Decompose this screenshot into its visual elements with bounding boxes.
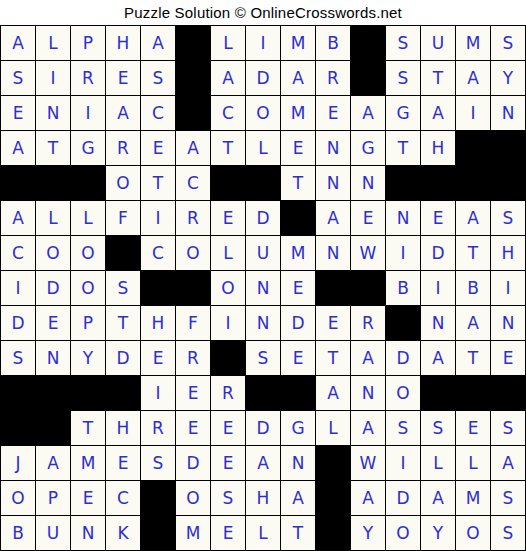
- letter-cell: N: [316, 131, 350, 165]
- letter-cell: A: [351, 341, 385, 375]
- letter-cell: S: [386, 61, 420, 95]
- letter-cell: M: [176, 516, 210, 550]
- letter-cell: R: [176, 341, 210, 375]
- letter-cell: S: [141, 61, 175, 95]
- letter-cell: E: [106, 61, 140, 95]
- letter-cell: N: [421, 306, 455, 340]
- letter-cell: N: [316, 166, 350, 200]
- black-cell: [316, 481, 350, 515]
- black-cell: [316, 271, 350, 305]
- letter-cell: R: [71, 61, 105, 95]
- letter-cell: E: [141, 131, 175, 165]
- black-cell: [141, 481, 175, 515]
- letter-cell: A: [281, 61, 315, 95]
- letter-cell: D: [1, 306, 35, 340]
- black-cell: [71, 166, 105, 200]
- letter-cell: S: [1, 61, 35, 95]
- black-cell: [386, 306, 420, 340]
- letter-cell: U: [421, 26, 455, 60]
- letter-cell: H: [141, 306, 175, 340]
- letter-cell: L: [211, 26, 245, 60]
- letter-cell: N: [316, 236, 350, 270]
- letter-cell: N: [71, 516, 105, 550]
- black-cell: [491, 131, 525, 165]
- letter-cell: F: [176, 306, 210, 340]
- letter-cell: A: [106, 96, 140, 130]
- letter-cell: S: [1, 341, 35, 375]
- letter-cell: S: [246, 341, 280, 375]
- letter-cell: G: [386, 96, 420, 130]
- letter-cell: B: [456, 271, 490, 305]
- letter-cell: O: [71, 236, 105, 270]
- letter-cell: S: [491, 26, 525, 60]
- letter-cell: O: [106, 166, 140, 200]
- letter-cell: R: [316, 61, 350, 95]
- letter-cell: M: [456, 481, 490, 515]
- letter-cell: C: [1, 236, 35, 270]
- letter-cell: S: [106, 271, 140, 305]
- letter-cell: A: [351, 96, 385, 130]
- letter-cell: E: [1, 96, 35, 130]
- letter-cell: N: [36, 96, 70, 130]
- letter-cell: T: [316, 341, 350, 375]
- letter-cell: O: [36, 236, 70, 270]
- letter-cell: T: [281, 516, 315, 550]
- letter-cell: C: [176, 166, 210, 200]
- letter-cell: N: [281, 446, 315, 480]
- letter-cell: T: [281, 166, 315, 200]
- letter-cell: F: [106, 201, 140, 235]
- letter-cell: Y: [71, 341, 105, 375]
- letter-cell: N: [36, 341, 70, 375]
- letter-cell: A: [351, 411, 385, 445]
- letter-cell: E: [211, 446, 245, 480]
- letter-cell: T: [456, 341, 490, 375]
- letter-cell: N: [351, 166, 385, 200]
- letter-cell: R: [351, 306, 385, 340]
- black-cell: [211, 166, 245, 200]
- letter-cell: B: [386, 271, 420, 305]
- black-cell: [106, 236, 140, 270]
- letter-cell: D: [421, 236, 455, 270]
- black-cell: [491, 166, 525, 200]
- black-cell: [36, 166, 70, 200]
- black-cell: [316, 446, 350, 480]
- black-cell: [246, 376, 280, 410]
- letter-cell: M: [281, 96, 315, 130]
- letter-cell: R: [211, 376, 245, 410]
- black-cell: [491, 376, 525, 410]
- letter-cell: B: [1, 516, 35, 550]
- letter-cell: N: [386, 201, 420, 235]
- letter-cell: I: [246, 26, 280, 60]
- letter-cell: T: [106, 306, 140, 340]
- black-cell: [176, 61, 210, 95]
- black-cell: [141, 516, 175, 550]
- letter-cell: C: [106, 481, 140, 515]
- letter-cell: E: [141, 341, 175, 375]
- black-cell: [211, 341, 245, 375]
- black-cell: [316, 516, 350, 550]
- letter-cell: P: [71, 26, 105, 60]
- letter-cell: T: [71, 411, 105, 445]
- letter-cell: I: [141, 201, 175, 235]
- letter-cell: A: [421, 96, 455, 130]
- letter-cell: P: [36, 481, 70, 515]
- letter-cell: C: [141, 236, 175, 270]
- letter-cell: A: [316, 201, 350, 235]
- letter-cell: H: [106, 411, 140, 445]
- letter-cell: G: [71, 131, 105, 165]
- letter-cell: E: [456, 411, 490, 445]
- letter-cell: D: [36, 271, 70, 305]
- letter-cell: D: [176, 446, 210, 480]
- letter-cell: O: [176, 481, 210, 515]
- letter-cell: A: [316, 376, 350, 410]
- letter-cell: I: [491, 271, 525, 305]
- letter-cell: D: [386, 481, 420, 515]
- letter-cell: A: [421, 481, 455, 515]
- black-cell: [176, 271, 210, 305]
- letter-cell: N: [351, 376, 385, 410]
- letter-cell: E: [36, 306, 70, 340]
- crossword-grid: ALPHALIMBSUMSSIRESADARSTAYENIACCOMEAGAIN…: [0, 25, 526, 551]
- letter-cell: S: [491, 516, 525, 550]
- letter-cell: S: [386, 26, 420, 60]
- letter-cell: H: [491, 236, 525, 270]
- letter-cell: L: [36, 201, 70, 235]
- black-cell: [176, 96, 210, 130]
- letter-cell: L: [211, 236, 245, 270]
- page-title: Puzzle Solution © OnlineCrosswords.net: [0, 0, 526, 25]
- letter-cell: N: [246, 306, 280, 340]
- black-cell: [281, 376, 315, 410]
- letter-cell: A: [491, 446, 525, 480]
- letter-cell: I: [386, 446, 420, 480]
- letter-cell: T: [421, 61, 455, 95]
- letter-cell: A: [36, 446, 70, 480]
- letter-cell: L: [246, 516, 280, 550]
- letter-cell: E: [351, 201, 385, 235]
- letter-cell: G: [281, 411, 315, 445]
- letter-cell: E: [211, 516, 245, 550]
- letter-cell: I: [421, 271, 455, 305]
- letter-cell: S: [491, 201, 525, 235]
- letter-cell: A: [456, 61, 490, 95]
- letter-cell: D: [246, 411, 280, 445]
- letter-cell: U: [36, 516, 70, 550]
- letter-cell: E: [211, 201, 245, 235]
- letter-cell: S: [386, 411, 420, 445]
- letter-cell: R: [141, 411, 175, 445]
- letter-cell: M: [281, 236, 315, 270]
- letter-cell: A: [1, 131, 35, 165]
- letter-cell: U: [246, 236, 280, 270]
- letter-cell: T: [211, 131, 245, 165]
- black-cell: [141, 271, 175, 305]
- letter-cell: E: [281, 341, 315, 375]
- letter-cell: O: [71, 271, 105, 305]
- black-cell: [456, 376, 490, 410]
- letter-cell: H: [246, 481, 280, 515]
- letter-cell: I: [386, 236, 420, 270]
- letter-cell: E: [106, 446, 140, 480]
- letter-cell: D: [106, 341, 140, 375]
- black-cell: [281, 201, 315, 235]
- letter-cell: A: [456, 306, 490, 340]
- letter-cell: P: [71, 306, 105, 340]
- letter-cell: E: [211, 411, 245, 445]
- letter-cell: R: [176, 201, 210, 235]
- letter-cell: J: [1, 446, 35, 480]
- letter-cell: T: [36, 131, 70, 165]
- letter-cell: C: [211, 96, 245, 130]
- letter-cell: H: [421, 131, 455, 165]
- letter-cell: D: [246, 61, 280, 95]
- letter-cell: T: [386, 131, 420, 165]
- letter-cell: A: [211, 61, 245, 95]
- letter-cell: O: [386, 376, 420, 410]
- black-cell: [351, 61, 385, 95]
- letter-cell: I: [141, 376, 175, 410]
- letter-cell: I: [211, 306, 245, 340]
- black-cell: [351, 26, 385, 60]
- letter-cell: O: [211, 271, 245, 305]
- letter-cell: A: [281, 481, 315, 515]
- letter-cell: I: [456, 96, 490, 130]
- letter-cell: I: [36, 61, 70, 95]
- letter-cell: N: [491, 96, 525, 130]
- letter-cell: M: [281, 26, 315, 60]
- black-cell: [351, 271, 385, 305]
- black-cell: [36, 411, 70, 445]
- letter-cell: Y: [351, 516, 385, 550]
- black-cell: [456, 166, 490, 200]
- letter-cell: O: [1, 481, 35, 515]
- puzzle-solution-page: Puzzle Solution © OnlineCrosswords.net A…: [0, 0, 526, 551]
- letter-cell: M: [71, 446, 105, 480]
- letter-cell: K: [106, 516, 140, 550]
- black-cell: [176, 26, 210, 60]
- letter-cell: A: [421, 341, 455, 375]
- letter-cell: T: [456, 236, 490, 270]
- letter-cell: A: [246, 446, 280, 480]
- letter-cell: L: [71, 201, 105, 235]
- letter-cell: A: [456, 201, 490, 235]
- letter-cell: O: [456, 516, 490, 550]
- letter-cell: A: [1, 201, 35, 235]
- letter-cell: W: [351, 236, 385, 270]
- letter-cell: L: [36, 26, 70, 60]
- black-cell: [421, 376, 455, 410]
- letter-cell: I: [1, 271, 35, 305]
- letter-cell: B: [316, 26, 350, 60]
- black-cell: [246, 166, 280, 200]
- letter-cell: M: [456, 26, 490, 60]
- letter-cell: E: [176, 376, 210, 410]
- letter-cell: Y: [491, 61, 525, 95]
- letter-cell: S: [141, 446, 175, 480]
- letter-cell: H: [106, 26, 140, 60]
- black-cell: [1, 166, 35, 200]
- letter-cell: O: [386, 516, 420, 550]
- letter-cell: E: [491, 341, 525, 375]
- letter-cell: E: [421, 201, 455, 235]
- letter-cell: D: [246, 201, 280, 235]
- letter-cell: S: [491, 481, 525, 515]
- black-cell: [106, 376, 140, 410]
- black-cell: [36, 376, 70, 410]
- letter-cell: O: [246, 96, 280, 130]
- black-cell: [456, 131, 490, 165]
- letter-cell: W: [351, 446, 385, 480]
- letter-cell: E: [71, 481, 105, 515]
- letter-cell: R: [106, 131, 140, 165]
- letter-cell: C: [141, 96, 175, 130]
- black-cell: [1, 411, 35, 445]
- letter-cell: G: [351, 131, 385, 165]
- letter-cell: O: [176, 236, 210, 270]
- letter-cell: L: [316, 411, 350, 445]
- letter-cell: D: [386, 341, 420, 375]
- letter-cell: E: [281, 131, 315, 165]
- letter-cell: L: [421, 446, 455, 480]
- letter-cell: S: [421, 411, 455, 445]
- letter-cell: E: [316, 96, 350, 130]
- letter-cell: E: [316, 306, 350, 340]
- letter-cell: A: [1, 26, 35, 60]
- letter-cell: A: [176, 131, 210, 165]
- black-cell: [421, 166, 455, 200]
- black-cell: [71, 376, 105, 410]
- letter-cell: E: [176, 411, 210, 445]
- letter-cell: A: [351, 481, 385, 515]
- letter-cell: D: [281, 306, 315, 340]
- letter-cell: E: [281, 271, 315, 305]
- letter-cell: I: [71, 96, 105, 130]
- letter-cell: N: [491, 306, 525, 340]
- letter-cell: Y: [421, 516, 455, 550]
- letter-cell: T: [141, 166, 175, 200]
- letter-cell: N: [246, 271, 280, 305]
- letter-cell: L: [246, 131, 280, 165]
- letter-cell: A: [141, 26, 175, 60]
- black-cell: [1, 376, 35, 410]
- black-cell: [386, 166, 420, 200]
- letter-cell: S: [211, 481, 245, 515]
- letter-cell: L: [456, 446, 490, 480]
- letter-cell: S: [491, 411, 525, 445]
